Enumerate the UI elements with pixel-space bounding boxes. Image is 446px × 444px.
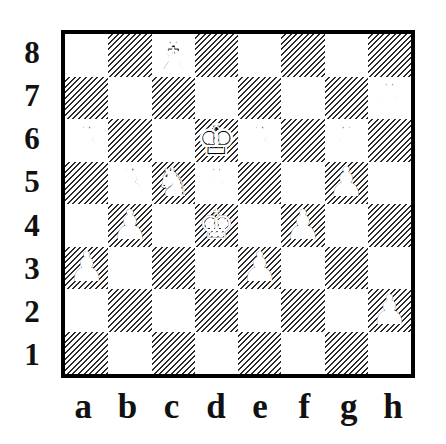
square-a5 (65, 162, 108, 205)
piece-backing-glyph: ♟ (68, 247, 105, 288)
square-d2 (195, 289, 238, 332)
square-f6 (281, 119, 324, 162)
chess-board: ♝♝♟♟♟♟♚♚♟♟♟♟♟♟♞♘♟♟♟♙♟♙♚♔♟♙♟♙♟♙♟♙ (61, 30, 415, 378)
black-pawn-e6: ♟♟ (238, 119, 281, 162)
square-d1 (195, 332, 238, 375)
black-pawn-a6: ♟♟ (65, 119, 108, 162)
square-f3 (281, 247, 324, 290)
square-g1 (325, 332, 368, 375)
white-pawn-b4: ♟♙ (108, 204, 151, 247)
square-h4 (368, 204, 411, 247)
piece-backing-glyph: ♟ (111, 205, 148, 246)
square-h1 (368, 332, 411, 375)
square-b8 (108, 34, 151, 77)
square-g3 (325, 247, 368, 290)
square-f4: ♟♙ (281, 204, 324, 247)
black-pawn-h7: ♟♟ (368, 77, 411, 120)
file-label-a: a (61, 381, 105, 433)
square-c5: ♞♘ (152, 162, 195, 205)
square-e5 (238, 162, 281, 205)
square-e1 (238, 332, 281, 375)
square-e2 (238, 289, 281, 332)
square-b1 (108, 332, 151, 375)
square-c3 (152, 247, 195, 290)
piece-backing-glyph: ♟ (195, 159, 238, 207)
piece-backing-glyph: ♟ (328, 162, 365, 203)
rank-label-8: 8 (10, 31, 54, 74)
square-b7 (108, 77, 151, 120)
rank-label-3: 3 (10, 247, 54, 290)
square-e4 (238, 204, 281, 247)
file-label-d: d (194, 381, 238, 433)
rank-label-1: 1 (10, 334, 54, 377)
white-king-d4: ♚♔ (195, 204, 238, 247)
square-f7 (281, 77, 324, 120)
square-d8 (195, 34, 238, 77)
piece-backing-glyph: ♚ (198, 205, 235, 246)
square-g6: ♟♟ (325, 119, 368, 162)
piece-backing-glyph: ♟ (368, 74, 411, 122)
square-c1 (152, 332, 195, 375)
square-c2 (152, 289, 195, 332)
square-e6: ♟♟ (238, 119, 281, 162)
square-h3 (368, 247, 411, 290)
square-g2 (325, 289, 368, 332)
square-h2: ♟♙ (368, 289, 411, 332)
square-f8 (281, 34, 324, 77)
piece-backing-glyph: ♟ (109, 159, 152, 207)
square-b3 (108, 247, 151, 290)
file-labels: a b c d e f g h (61, 381, 415, 433)
rank-label-2: 2 (10, 291, 54, 334)
square-d5: ♟♟ (195, 162, 238, 205)
piece-backing-glyph: ♞ (155, 162, 192, 203)
square-c8: ♝♝ (152, 34, 195, 77)
white-pawn-a3: ♟♙ (65, 247, 108, 290)
white-knight-c5: ♞♘ (152, 162, 195, 205)
square-f2 (281, 289, 324, 332)
white-pawn-h2: ♟♙ (368, 289, 411, 332)
rank-labels: 8 7 6 5 4 3 2 1 (10, 31, 54, 377)
white-pawn-e3: ♟♙ (238, 247, 281, 290)
square-c4 (152, 204, 195, 247)
file-label-h: h (371, 381, 415, 433)
square-f5 (281, 162, 324, 205)
square-h5 (368, 162, 411, 205)
square-a6: ♟♟ (65, 119, 108, 162)
piece-backing-glyph: ♝ (152, 31, 195, 79)
white-pawn-f4: ♟♙ (281, 204, 324, 247)
black-bishop-c8: ♝♝ (152, 34, 195, 77)
black-pawn-g6: ♟♟ (325, 119, 368, 162)
square-e3: ♟♙ (238, 247, 281, 290)
rank-label-4: 4 (10, 204, 54, 247)
square-g4 (325, 204, 368, 247)
square-h7: ♟♟ (368, 77, 411, 120)
square-c6 (152, 119, 195, 162)
rank-label-5: 5 (10, 161, 54, 204)
square-a2 (65, 289, 108, 332)
square-e8 (238, 34, 281, 77)
square-c7 (152, 77, 195, 120)
piece-backing-glyph: ♟ (241, 247, 278, 288)
chess-diagram: 8 7 6 5 4 3 2 1 ♝♝♟♟♟♟♚♚♟♟♟♟♟♟♞♘♟♟♟♙♟♙♚♔… (0, 0, 446, 444)
file-label-c: c (150, 381, 194, 433)
piece-backing-glyph: ♟ (65, 116, 108, 164)
rank-label-6: 6 (10, 118, 54, 161)
square-b4: ♟♙ (108, 204, 151, 247)
black-pawn-d5: ♟♟ (195, 162, 238, 205)
square-g5: ♟♙ (325, 162, 368, 205)
black-pawn-b5: ♟♟ (108, 162, 151, 205)
square-a1 (65, 332, 108, 375)
piece-backing-glyph: ♟ (238, 116, 281, 164)
square-a8 (65, 34, 108, 77)
file-label-f: f (282, 381, 326, 433)
piece-backing-glyph: ♟ (371, 290, 408, 331)
square-b5: ♟♟ (108, 162, 151, 205)
file-label-g: g (327, 381, 371, 433)
file-label-b: b (105, 381, 149, 433)
square-f1 (281, 332, 324, 375)
square-d3 (195, 247, 238, 290)
white-pawn-g5: ♟♙ (325, 162, 368, 205)
square-g8 (325, 34, 368, 77)
piece-backing-glyph: ♟ (325, 116, 368, 164)
square-d4: ♚♔ (195, 204, 238, 247)
rank-label-7: 7 (10, 74, 54, 117)
square-a3: ♟♙ (65, 247, 108, 290)
piece-backing-glyph: ♟ (284, 205, 321, 246)
square-a4 (65, 204, 108, 247)
file-label-e: e (238, 381, 282, 433)
square-b2 (108, 289, 151, 332)
square-h6 (368, 119, 411, 162)
